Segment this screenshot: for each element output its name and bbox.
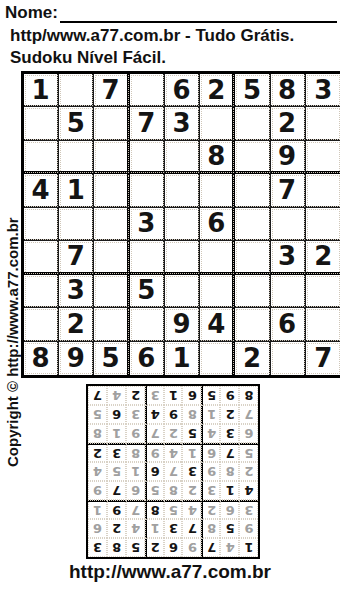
solution-cell: 7 xyxy=(164,462,183,481)
solution-cell: 7 xyxy=(145,424,164,443)
puzzle-cell xyxy=(200,275,235,308)
puzzle-cell: 6 xyxy=(130,342,165,375)
solution-cell: 2 xyxy=(164,424,183,443)
puzzle-cell xyxy=(235,308,270,341)
solution-cell: 3 xyxy=(88,538,107,557)
solution-cell: 9 xyxy=(220,386,239,405)
puzzle-cell xyxy=(24,275,59,308)
solution-cell: 1 xyxy=(107,424,126,443)
sudoku-puzzle-grid: 1762583573289417367323529468956127 xyxy=(21,71,340,378)
puzzle-cell xyxy=(165,208,200,241)
puzzle-cell xyxy=(235,275,270,308)
puzzle-cell: 5 xyxy=(59,107,94,140)
name-label: Nome: xyxy=(5,3,58,23)
puzzle-cell xyxy=(200,241,235,274)
puzzle-cell xyxy=(235,241,270,274)
solution-cell: 2 xyxy=(88,443,107,462)
puzzle-cell xyxy=(165,174,200,207)
solution-cell: 6 xyxy=(145,462,164,481)
puzzle-cell xyxy=(59,208,94,241)
puzzle-cell: 7 xyxy=(130,107,165,140)
solution-cell: 5 xyxy=(201,386,220,405)
puzzle-cell xyxy=(94,174,129,207)
name-underline xyxy=(60,5,337,23)
puzzle-cell: 8 xyxy=(24,342,59,375)
solution-cell: 9 xyxy=(145,443,164,462)
puzzle-cell: 4 xyxy=(200,308,235,341)
solution-cell: 9 xyxy=(182,538,201,557)
solution-cell: 3 xyxy=(164,519,183,538)
solution-cell: 3 xyxy=(201,481,220,500)
puzzle-cell: 9 xyxy=(165,308,200,341)
puzzle-cell: 7 xyxy=(59,241,94,274)
puzzle-cell: 1 xyxy=(165,342,200,375)
puzzle-cell xyxy=(165,241,200,274)
puzzle-cell xyxy=(200,342,235,375)
solution-cell: 4 xyxy=(107,386,126,405)
solution-cell: 1 xyxy=(88,500,107,519)
puzzle-cell xyxy=(306,141,340,174)
solution-cell: 7 xyxy=(201,538,220,557)
puzzle-cell: 2 xyxy=(235,342,270,375)
puzzle-cell: 8 xyxy=(200,141,235,174)
puzzle-cell xyxy=(59,74,94,107)
puzzle-cell xyxy=(271,342,306,375)
puzzle-cell: 7 xyxy=(271,174,306,207)
sudoku-solution-grid-upside-down: 1479625839587314263624587914132856792893… xyxy=(86,384,260,559)
solution-cell: 5 xyxy=(182,424,201,443)
solution-cell: 8 xyxy=(145,500,164,519)
puzzle-cell xyxy=(94,141,129,174)
solution-cell: 2 xyxy=(239,462,258,481)
copyright-vertical-text: Copyright © http://www.a77.com.br xyxy=(4,217,21,467)
puzzle-cell: 9 xyxy=(59,342,94,375)
solution-cell: 7 xyxy=(126,500,145,519)
solution-cell: 9 xyxy=(164,405,183,424)
puzzle-cell xyxy=(24,241,59,274)
solution-cell: 9 xyxy=(239,519,258,538)
solution-cell: 2 xyxy=(182,481,201,500)
solution-cell: 7 xyxy=(182,519,201,538)
puzzle-cell xyxy=(24,107,59,140)
solution-cell: 6 xyxy=(107,405,126,424)
puzzle-cell: 5 xyxy=(94,342,129,375)
solution-cell: 6 xyxy=(201,443,220,462)
puzzle-cell xyxy=(24,141,59,174)
puzzle-cell xyxy=(94,208,129,241)
puzzle-cell: 1 xyxy=(59,174,94,207)
site-title: http/www.a77.com.br - Tudo Grátis. xyxy=(10,26,294,46)
puzzle-level-title: Sudoku Nível Fácil. xyxy=(10,48,166,68)
puzzle-cell: 3 xyxy=(306,74,340,107)
solution-cell: 8 xyxy=(201,519,220,538)
solution-cell: 6 xyxy=(182,386,201,405)
footer-url: http://www.a77.com.br xyxy=(0,561,340,583)
puzzle-cell: 5 xyxy=(130,275,165,308)
solution-cell: 9 xyxy=(88,481,107,500)
solution-cell: 5 xyxy=(164,500,183,519)
puzzle-cell xyxy=(306,174,340,207)
puzzle-cell: 4 xyxy=(24,174,59,207)
puzzle-cell xyxy=(165,141,200,174)
solution-cell: 5 xyxy=(107,462,126,481)
solution-cell: 7 xyxy=(88,386,107,405)
puzzle-cell xyxy=(306,308,340,341)
puzzle-cell xyxy=(306,208,340,241)
solution-cell: 3 xyxy=(239,500,258,519)
name-row: Nome: xyxy=(5,3,337,23)
puzzle-cell xyxy=(271,208,306,241)
puzzle-cell: 7 xyxy=(94,74,129,107)
puzzle-cell: 6 xyxy=(165,74,200,107)
solution-cell: 7 xyxy=(220,443,239,462)
solution-cell: 2 xyxy=(107,519,126,538)
puzzle-cell: 3 xyxy=(130,208,165,241)
solution-cell: 8 xyxy=(239,386,258,405)
solution-cell: 4 xyxy=(220,538,239,557)
puzzle-cell xyxy=(235,208,270,241)
solution-cell: 4 xyxy=(164,443,183,462)
puzzle-cell xyxy=(130,174,165,207)
solution-cell: 3 xyxy=(126,405,145,424)
solution-cell: 2 xyxy=(201,500,220,519)
puzzle-cell xyxy=(24,308,59,341)
solution-cell: 8 xyxy=(88,424,107,443)
puzzle-cell xyxy=(235,141,270,174)
solution-cell: 4 xyxy=(145,405,164,424)
solution-cell: 9 xyxy=(126,424,145,443)
solution-cell: 4 xyxy=(201,424,220,443)
puzzle-cell: 8 xyxy=(271,74,306,107)
puzzle-cell: 3 xyxy=(165,107,200,140)
puzzle-cell xyxy=(271,275,306,308)
puzzle-cell xyxy=(130,241,165,274)
puzzle-cell: 1 xyxy=(24,74,59,107)
solution-cell: 8 xyxy=(220,462,239,481)
solution-cell: 8 xyxy=(164,481,183,500)
puzzle-cell xyxy=(59,141,94,174)
puzzle-cell: 9 xyxy=(271,141,306,174)
puzzle-cell xyxy=(130,308,165,341)
solution-cell: 4 xyxy=(182,500,201,519)
solution-cell: 2 xyxy=(220,405,239,424)
solution-cell: 3 xyxy=(145,386,164,405)
solution-cell: 8 xyxy=(107,538,126,557)
puzzle-cell: 6 xyxy=(271,308,306,341)
puzzle-cell xyxy=(165,275,200,308)
puzzle-cell xyxy=(130,74,165,107)
solution-cell: 8 xyxy=(126,443,145,462)
solution-cell: 5 xyxy=(88,405,107,424)
solution-cell: 1 xyxy=(145,519,164,538)
solution-cell: 6 xyxy=(239,424,258,443)
puzzle-cell xyxy=(94,241,129,274)
solution-cell: 3 xyxy=(107,443,126,462)
solution-cell: 9 xyxy=(107,500,126,519)
solution-cell: 1 xyxy=(126,462,145,481)
puzzle-cell xyxy=(306,275,340,308)
solution-cell: 6 xyxy=(88,519,107,538)
puzzle-cell: 3 xyxy=(271,241,306,274)
solution-cell: 5 xyxy=(220,519,239,538)
puzzle-cell: 2 xyxy=(59,308,94,341)
solution-cell: 9 xyxy=(201,462,220,481)
solution-cell: 5 xyxy=(239,443,258,462)
solution-cell: 1 xyxy=(239,538,258,557)
solution-cell: 5 xyxy=(126,538,145,557)
puzzle-cell xyxy=(24,208,59,241)
puzzle-cell xyxy=(235,107,270,140)
puzzle-cell: 6 xyxy=(200,208,235,241)
solution-cell: 4 xyxy=(126,519,145,538)
solution-cell: 6 xyxy=(164,538,183,557)
puzzle-cell xyxy=(306,107,340,140)
solution-cell: 5 xyxy=(145,481,164,500)
solution-cell: 2 xyxy=(126,386,145,405)
solution-cell: 4 xyxy=(239,481,258,500)
puzzle-cell: 2 xyxy=(271,107,306,140)
solution-cell: 4 xyxy=(88,462,107,481)
solution-cell: 7 xyxy=(239,405,258,424)
puzzle-cell xyxy=(130,141,165,174)
solution-cell: 3 xyxy=(220,424,239,443)
solution-cell: 7 xyxy=(107,481,126,500)
puzzle-cell: 2 xyxy=(200,74,235,107)
solution-cell: 2 xyxy=(145,538,164,557)
puzzle-cell xyxy=(94,308,129,341)
puzzle-cell: 2 xyxy=(306,241,340,274)
puzzle-cell xyxy=(94,275,129,308)
solution-cell: 1 xyxy=(201,405,220,424)
puzzle-cell: 7 xyxy=(306,342,340,375)
puzzle-cell: 3 xyxy=(59,275,94,308)
puzzle-cell: 5 xyxy=(235,74,270,107)
puzzle-cell xyxy=(200,174,235,207)
solution-cell: 1 xyxy=(164,386,183,405)
solution-cell: 6 xyxy=(126,481,145,500)
solution-cell: 1 xyxy=(220,481,239,500)
solution-cell: 8 xyxy=(182,405,201,424)
puzzle-cell xyxy=(200,107,235,140)
solution-cell: 1 xyxy=(182,443,201,462)
puzzle-cell xyxy=(94,107,129,140)
puzzle-cell xyxy=(235,174,270,207)
solution-cell: 3 xyxy=(182,462,201,481)
solution-cell: 6 xyxy=(220,500,239,519)
